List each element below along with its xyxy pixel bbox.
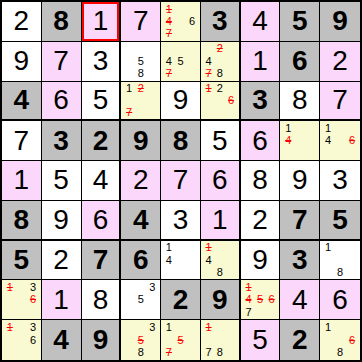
candidate-slot-empty bbox=[334, 254, 346, 266]
solved-digit: 3 bbox=[332, 166, 348, 194]
candidate-slot-empty bbox=[225, 346, 236, 359]
candidate-slot-empty bbox=[203, 106, 214, 118]
cell-r7c1[interactable]: 5 bbox=[2, 241, 42, 281]
pencil-marks: 457 bbox=[161, 42, 200, 81]
solved-digit: 1 bbox=[212, 206, 228, 234]
candidate-slot-empty bbox=[147, 294, 159, 306]
cell-r9c4[interactable]: 358 bbox=[121, 320, 161, 360]
given-digit: 7 bbox=[292, 206, 308, 234]
candidate-slot-empty bbox=[135, 94, 147, 106]
solved-digit: 5 bbox=[53, 166, 69, 194]
candidate-slot-empty bbox=[147, 94, 159, 106]
candidate-7: 7 bbox=[203, 346, 214, 359]
candidate-slot-empty bbox=[147, 83, 159, 95]
candidate-5-eliminated: 5 bbox=[254, 294, 266, 306]
candidate-slot-empty bbox=[175, 43, 187, 55]
candidate-slot-empty bbox=[135, 43, 147, 55]
candidate-slot-empty bbox=[306, 147, 318, 159]
candidate-slot-empty bbox=[16, 321, 28, 334]
candidate-1-eliminated: 1 bbox=[163, 3, 175, 15]
candidate-slot-empty bbox=[225, 321, 236, 334]
cell-r8c4[interactable]: 35 bbox=[121, 280, 161, 320]
candidate-2-eliminated: 2 bbox=[135, 83, 147, 95]
candidate-slot-empty bbox=[175, 242, 187, 254]
candidate-slot-empty bbox=[123, 43, 135, 55]
cell-r7c9[interactable]: 18 bbox=[320, 241, 360, 281]
candidate-slot-empty bbox=[225, 43, 236, 55]
given-digit: 5 bbox=[292, 7, 308, 35]
cell-r6c8[interactable]: 7 bbox=[280, 201, 320, 241]
cell-r7c6[interactable]: 148 bbox=[201, 241, 241, 281]
candidate-6-eliminated: 6 bbox=[346, 135, 358, 147]
given-digit: 5 bbox=[14, 246, 30, 274]
candidate-slot-empty bbox=[203, 266, 214, 278]
cell-r4c1[interactable]: 7 bbox=[2, 121, 42, 161]
pencil-marks: 14 bbox=[280, 121, 319, 160]
cell-r7c8[interactable]: 3 bbox=[280, 241, 320, 281]
candidate-slot-empty bbox=[346, 321, 358, 334]
candidate-slot-empty bbox=[163, 266, 175, 278]
candidate-slot-empty bbox=[334, 321, 346, 334]
cell-r2c9[interactable]: 2 bbox=[320, 42, 360, 82]
cell-r8c6[interactable]: 9 bbox=[201, 280, 241, 320]
cell-r3c4[interactable]: 127 bbox=[121, 82, 161, 122]
cell-r4c6[interactable]: 5 bbox=[201, 121, 241, 161]
cell-r6c7[interactable]: 2 bbox=[241, 201, 281, 241]
cell-r3c3[interactable]: 5 bbox=[82, 82, 122, 122]
candidate-2: 2 bbox=[214, 83, 225, 95]
cell-r6c9[interactable]: 5 bbox=[320, 201, 360, 241]
candidate-8: 8 bbox=[214, 67, 225, 79]
cell-r5c8[interactable]: 9 bbox=[280, 161, 320, 201]
candidate-slot-empty bbox=[4, 346, 16, 359]
candidate-7-eliminated: 7 bbox=[123, 106, 135, 118]
candidate-1: 1 bbox=[163, 242, 175, 254]
candidate-slot-empty bbox=[214, 334, 225, 347]
solved-digit: 6 bbox=[93, 206, 109, 234]
given-digit: 8 bbox=[14, 206, 30, 234]
cell-r4c2[interactable]: 3 bbox=[42, 121, 82, 161]
candidate-slot-empty bbox=[4, 294, 16, 306]
candidate-5: 5 bbox=[175, 55, 187, 67]
solved-digit: 9 bbox=[53, 206, 69, 234]
candidate-slot-empty bbox=[214, 254, 225, 266]
solved-digit: 3 bbox=[173, 206, 189, 234]
solved-digit: 9 bbox=[292, 166, 308, 194]
candidate-7-eliminated: 7 bbox=[203, 67, 214, 79]
candidate-slot-empty bbox=[203, 94, 214, 106]
candidate-slot-empty bbox=[214, 321, 225, 334]
candidate-slot-empty bbox=[346, 122, 358, 134]
cell-r3c6[interactable]: 126 bbox=[201, 82, 241, 122]
cell-r5c3[interactable]: 4 bbox=[82, 161, 122, 201]
solved-digit: 3 bbox=[93, 47, 109, 75]
cell-r1c6[interactable]: 3 bbox=[201, 2, 241, 42]
candidate-slot-empty bbox=[186, 3, 198, 15]
cell-r8c8[interactable]: 4 bbox=[280, 280, 320, 320]
cell-r1c2[interactable]: 8 bbox=[42, 2, 82, 42]
pencil-marks: 136 bbox=[2, 320, 41, 360]
candidate-4-eliminated: 4 bbox=[282, 135, 294, 147]
candidate-6-eliminated: 6 bbox=[225, 94, 236, 106]
candidate-slot-empty bbox=[186, 242, 198, 254]
candidate-slot-empty bbox=[225, 266, 236, 278]
candidate-slot-empty bbox=[334, 122, 346, 134]
candidate-slot-empty bbox=[225, 106, 236, 118]
pencil-marks: 126 bbox=[201, 82, 239, 120]
pencil-marks: 58 bbox=[121, 42, 160, 81]
pencil-marks: 14567 bbox=[241, 280, 280, 319]
candidate-slot-empty bbox=[175, 3, 187, 15]
cell-r5c9[interactable]: 3 bbox=[320, 161, 360, 201]
candidate-1: 1 bbox=[322, 321, 334, 334]
candidate-slot-empty bbox=[346, 147, 358, 159]
cell-r7c3[interactable]: 7 bbox=[82, 241, 122, 281]
cell-r2c8[interactable]: 6 bbox=[280, 42, 320, 82]
candidate-slot-empty bbox=[294, 135, 306, 147]
cell-r1c5[interactable]: 1467 bbox=[161, 2, 201, 42]
cell-r1c3[interactable]: 1 bbox=[82, 2, 122, 42]
candidate-slot-empty bbox=[123, 346, 135, 359]
solved-digit: 8 bbox=[292, 86, 308, 114]
cell-r1c8[interactable]: 5 bbox=[280, 2, 320, 42]
candidate-slot-empty bbox=[214, 94, 225, 106]
candidate-slot-empty bbox=[123, 294, 135, 306]
cell-r8c2[interactable]: 1 bbox=[42, 280, 82, 320]
given-digit: 8 bbox=[53, 7, 69, 35]
cell-r2c3[interactable]: 3 bbox=[82, 42, 122, 82]
candidate-slot-empty bbox=[123, 306, 135, 318]
candidate-slot-empty bbox=[27, 346, 39, 359]
solved-digit: 6 bbox=[252, 127, 268, 155]
candidate-slot-empty bbox=[16, 294, 28, 306]
candidate-slot-empty bbox=[147, 346, 159, 359]
candidate-4: 4 bbox=[322, 135, 334, 147]
candidate-7-eliminated: 7 bbox=[163, 28, 175, 40]
solved-digit: 9 bbox=[252, 246, 268, 274]
pencil-marks: 168 bbox=[320, 320, 360, 360]
candidate-slot-empty bbox=[346, 242, 358, 254]
candidate-1: 1 bbox=[282, 122, 294, 134]
given-digit: 7 bbox=[93, 246, 109, 274]
pencil-marks: 358 bbox=[121, 320, 160, 360]
candidate-2-eliminated: 2 bbox=[214, 43, 225, 55]
candidate-1: 1 bbox=[163, 321, 175, 334]
candidate-slot-empty bbox=[214, 55, 225, 67]
candidate-1: 1 bbox=[123, 83, 135, 95]
cell-r5c2[interactable]: 5 bbox=[42, 161, 82, 201]
candidate-slot-empty bbox=[135, 321, 147, 334]
cell-r9c8[interactable]: 2 bbox=[280, 320, 320, 360]
candidate-slot-empty bbox=[175, 67, 187, 79]
solved-digit: 2 bbox=[252, 206, 268, 234]
candidate-1-eliminated: 1 bbox=[243, 281, 255, 293]
candidate-5-eliminated: 5 bbox=[175, 334, 187, 347]
pencil-marks: 148 bbox=[201, 241, 239, 280]
candidate-slot-empty bbox=[175, 266, 187, 278]
candidate-7-eliminated: 7 bbox=[163, 346, 175, 359]
solved-digit: 6 bbox=[53, 86, 69, 114]
cell-r1c7[interactable]: 4 bbox=[241, 2, 281, 42]
candidate-slot-empty bbox=[254, 281, 266, 293]
candidate-slot-empty bbox=[306, 122, 318, 134]
candidate-slot-empty bbox=[334, 135, 346, 147]
candidate-slot-empty bbox=[322, 346, 334, 359]
solved-digit: 7 bbox=[14, 127, 30, 155]
cell-r6c3[interactable]: 6 bbox=[82, 201, 122, 241]
candidate-slot-empty bbox=[266, 306, 278, 318]
cell-r4c7[interactable]: 6 bbox=[241, 121, 281, 161]
candidate-4: 4 bbox=[203, 55, 214, 67]
cell-r9c1[interactable]: 136 bbox=[2, 320, 42, 360]
cell-r3c5[interactable]: 9 bbox=[161, 82, 201, 122]
cell-r2c4[interactable]: 58 bbox=[121, 42, 161, 82]
candidate-slot-empty bbox=[225, 254, 236, 266]
solved-digit: 2 bbox=[332, 47, 348, 75]
candidate-8: 8 bbox=[334, 346, 346, 359]
candidate-slot-empty bbox=[135, 106, 147, 118]
cell-r8c7[interactable]: 14567 bbox=[241, 280, 281, 320]
cell-r5c4[interactable]: 2 bbox=[121, 161, 161, 201]
candidate-1-eliminated: 1 bbox=[4, 321, 16, 334]
cell-r5c6[interactable]: 6 bbox=[201, 161, 241, 201]
candidate-slot-empty bbox=[225, 334, 236, 347]
pencil-marks: 1467 bbox=[161, 2, 200, 41]
cell-r2c5[interactable]: 457 bbox=[161, 42, 201, 82]
solved-digit: 4 bbox=[252, 7, 268, 35]
candidate-slot-empty bbox=[346, 346, 358, 359]
candidate-slot-empty bbox=[27, 306, 39, 318]
candidate-slot-empty bbox=[163, 334, 175, 347]
candidate-slot-empty bbox=[123, 94, 135, 106]
cell-r9c2[interactable]: 4 bbox=[42, 320, 82, 360]
cell-r4c3[interactable]: 2 bbox=[82, 121, 122, 161]
candidate-slot-empty bbox=[186, 254, 198, 266]
cell-r9c7[interactable]: 5 bbox=[241, 320, 281, 360]
cell-r7c5[interactable]: 14 bbox=[161, 241, 201, 281]
candidate-slot-empty bbox=[346, 254, 358, 266]
solved-digit: 1 bbox=[14, 166, 30, 194]
cell-r8c9[interactable]: 6 bbox=[320, 280, 360, 320]
candidate-1-eliminated: 1 bbox=[4, 281, 16, 293]
cell-r2c7[interactable]: 1 bbox=[241, 42, 281, 82]
solved-digit: 2 bbox=[14, 7, 30, 35]
cell-r3c7[interactable]: 3 bbox=[241, 82, 281, 122]
cell-r7c2[interactable]: 2 bbox=[42, 241, 82, 281]
candidate-slot-empty bbox=[123, 321, 135, 334]
candidate-8: 8 bbox=[334, 266, 346, 278]
candidate-slot-empty bbox=[186, 346, 198, 359]
cell-r9c9[interactable]: 168 bbox=[320, 320, 360, 360]
candidate-7-eliminated: 7 bbox=[163, 67, 175, 79]
candidate-6: 6 bbox=[186, 15, 198, 27]
candidate-slot-empty bbox=[186, 28, 198, 40]
candidate-slot-empty bbox=[186, 334, 198, 347]
candidate-slot-empty bbox=[322, 147, 334, 159]
candidate-slot-empty bbox=[123, 281, 135, 293]
given-digit: 5 bbox=[332, 206, 348, 234]
given-digit: 4 bbox=[133, 206, 149, 234]
candidate-slot-empty bbox=[163, 43, 175, 55]
candidate-5: 5 bbox=[135, 55, 147, 67]
cell-r2c1[interactable]: 9 bbox=[2, 42, 42, 82]
cell-r4c5[interactable]: 8 bbox=[161, 121, 201, 161]
candidate-slot-empty bbox=[334, 147, 346, 159]
pencil-marks: 146 bbox=[320, 121, 360, 160]
cell-r8c1[interactable]: 136 bbox=[2, 280, 42, 320]
candidate-1: 1 bbox=[322, 122, 334, 134]
cell-r8c5[interactable]: 2 bbox=[161, 280, 201, 320]
candidate-3: 3 bbox=[147, 321, 159, 334]
cell-r8c3[interactable]: 8 bbox=[82, 280, 122, 320]
candidate-slot-empty bbox=[16, 281, 28, 293]
solved-digit: 6 bbox=[332, 286, 348, 314]
candidate-4-eliminated: 4 bbox=[163, 15, 175, 27]
cell-r3c9[interactable]: 7 bbox=[320, 82, 360, 122]
solved-digit: 4 bbox=[292, 286, 308, 314]
candidate-slot-empty bbox=[225, 242, 236, 254]
candidate-7: 7 bbox=[243, 306, 255, 318]
cell-r4c4[interactable]: 9 bbox=[121, 121, 161, 161]
solved-digit: 5 bbox=[212, 127, 228, 155]
candidate-slot-empty bbox=[147, 43, 159, 55]
candidate-slot-empty bbox=[175, 28, 187, 40]
candidate-slot-empty bbox=[123, 55, 135, 67]
candidate-slot-empty bbox=[186, 43, 198, 55]
candidate-4-eliminated: 4 bbox=[243, 294, 255, 306]
pencil-marks: 157 bbox=[161, 320, 200, 360]
solved-digit: 7 bbox=[173, 166, 189, 194]
candidate-6-eliminated: 6 bbox=[266, 294, 278, 306]
candidate-slot-empty bbox=[225, 67, 236, 79]
pencil-marks: 2478 bbox=[201, 42, 239, 81]
candidate-slot-empty bbox=[186, 55, 198, 67]
pencil-marks: 136 bbox=[2, 280, 41, 319]
candidate-4: 4 bbox=[203, 254, 214, 266]
cell-r3c8[interactable]: 8 bbox=[280, 82, 320, 122]
solved-digit: 1 bbox=[252, 47, 268, 75]
given-digit: 9 bbox=[133, 127, 149, 155]
cell-r7c4[interactable]: 6 bbox=[121, 241, 161, 281]
solved-digit: 2 bbox=[53, 246, 69, 274]
solved-digit: 2 bbox=[133, 166, 149, 194]
cell-r9c6[interactable]: 178 bbox=[201, 320, 241, 360]
pencil-marks: 35 bbox=[121, 280, 160, 319]
cell-r6c6[interactable]: 1 bbox=[201, 201, 241, 241]
cell-r3c1[interactable]: 4 bbox=[2, 82, 42, 122]
cell-r1c1[interactable]: 2 bbox=[2, 2, 42, 42]
solved-digit: 9 bbox=[173, 86, 189, 114]
candidate-slot-empty bbox=[147, 334, 159, 347]
candidate-slot-empty bbox=[175, 346, 187, 359]
cell-r6c4[interactable]: 4 bbox=[121, 201, 161, 241]
solved-digit: 7 bbox=[332, 86, 348, 114]
candidate-slot-empty bbox=[306, 135, 318, 147]
solved-digit: 6 bbox=[212, 166, 228, 194]
candidate-slot-empty bbox=[123, 334, 135, 347]
candidate-6-eliminated: 6 bbox=[346, 334, 358, 347]
cell-r5c1[interactable]: 1 bbox=[2, 161, 42, 201]
solved-digit: 7 bbox=[133, 7, 149, 35]
candidate-1-eliminated: 1 bbox=[203, 83, 214, 95]
given-digit: 6 bbox=[133, 246, 149, 274]
cell-r7c7[interactable]: 9 bbox=[241, 241, 281, 281]
candidate-6-eliminated: 6 bbox=[27, 294, 39, 306]
solved-digit: 5 bbox=[93, 86, 109, 114]
candidate-slot-empty bbox=[294, 122, 306, 134]
cell-r2c6[interactable]: 2478 bbox=[201, 42, 241, 82]
candidate-slot-empty bbox=[225, 55, 236, 67]
candidate-1-eliminated: 1 bbox=[203, 321, 214, 334]
cell-r3c2[interactable]: 6 bbox=[42, 82, 82, 122]
given-digit: 3 bbox=[212, 7, 228, 35]
candidate-slot-empty bbox=[123, 67, 135, 79]
candidate-slot-empty bbox=[334, 334, 346, 347]
candidate-5: 5 bbox=[135, 294, 147, 306]
cell-r1c9[interactable]: 9 bbox=[320, 2, 360, 42]
solved-digit: 8 bbox=[252, 166, 268, 194]
candidate-slot-empty bbox=[175, 321, 187, 334]
candidate-slot-empty bbox=[294, 147, 306, 159]
given-digit: 3 bbox=[292, 246, 308, 274]
cell-r6c5[interactable]: 3 bbox=[161, 201, 201, 241]
candidate-slot-empty bbox=[147, 106, 159, 118]
given-digit: 3 bbox=[53, 127, 69, 155]
cell-r5c5[interactable]: 7 bbox=[161, 161, 201, 201]
candidate-slot-empty bbox=[175, 15, 187, 27]
candidate-4: 4 bbox=[163, 254, 175, 266]
solved-digit: 5 bbox=[252, 326, 268, 354]
candidate-slot-empty bbox=[282, 147, 294, 159]
candidate-slot-empty bbox=[186, 67, 198, 79]
candidate-slot-empty bbox=[4, 334, 16, 347]
candidate-slot-empty bbox=[135, 306, 147, 318]
given-digit: 6 bbox=[292, 47, 308, 75]
pencil-marks: 178 bbox=[201, 320, 239, 360]
candidate-8: 8 bbox=[135, 67, 147, 79]
candidate-slot-empty bbox=[203, 43, 214, 55]
candidate-1-eliminated: 1 bbox=[203, 242, 214, 254]
cell-r5c7[interactable]: 8 bbox=[241, 161, 281, 201]
sudoku-board: 2817146734599735845724781624651279126387… bbox=[0, 0, 362, 362]
cell-r9c5[interactable]: 157 bbox=[161, 320, 201, 360]
candidate-8: 8 bbox=[214, 266, 225, 278]
cell-r1c4[interactable]: 7 bbox=[121, 2, 161, 42]
candidate-slot-empty bbox=[135, 281, 147, 293]
candidate-slot-empty bbox=[214, 242, 225, 254]
candidate-slot-empty bbox=[346, 266, 358, 278]
given-digit: 2 bbox=[173, 286, 189, 314]
candidate-slot-empty bbox=[322, 254, 334, 266]
cell-r6c1[interactable]: 8 bbox=[2, 201, 42, 241]
candidate-slot-empty bbox=[322, 266, 334, 278]
candidate-slot-empty bbox=[214, 106, 225, 118]
cell-r9c3[interactable]: 9 bbox=[82, 320, 122, 360]
solved-digit: 1 bbox=[93, 7, 109, 35]
cell-r6c2[interactable]: 9 bbox=[42, 201, 82, 241]
given-digit: 4 bbox=[53, 326, 69, 354]
solved-digit: 4 bbox=[93, 166, 109, 194]
cell-r4c8[interactable]: 14 bbox=[280, 121, 320, 161]
candidate-slot-empty bbox=[16, 334, 28, 347]
cell-r2c2[interactable]: 7 bbox=[42, 42, 82, 82]
cell-r4c9[interactable]: 146 bbox=[320, 121, 360, 161]
candidate-slot-empty bbox=[254, 306, 266, 318]
pencil-marks: 18 bbox=[320, 241, 360, 280]
pencil-marks: 14 bbox=[161, 241, 200, 280]
given-digit: 2 bbox=[93, 127, 109, 155]
given-digit: 2 bbox=[292, 326, 308, 354]
